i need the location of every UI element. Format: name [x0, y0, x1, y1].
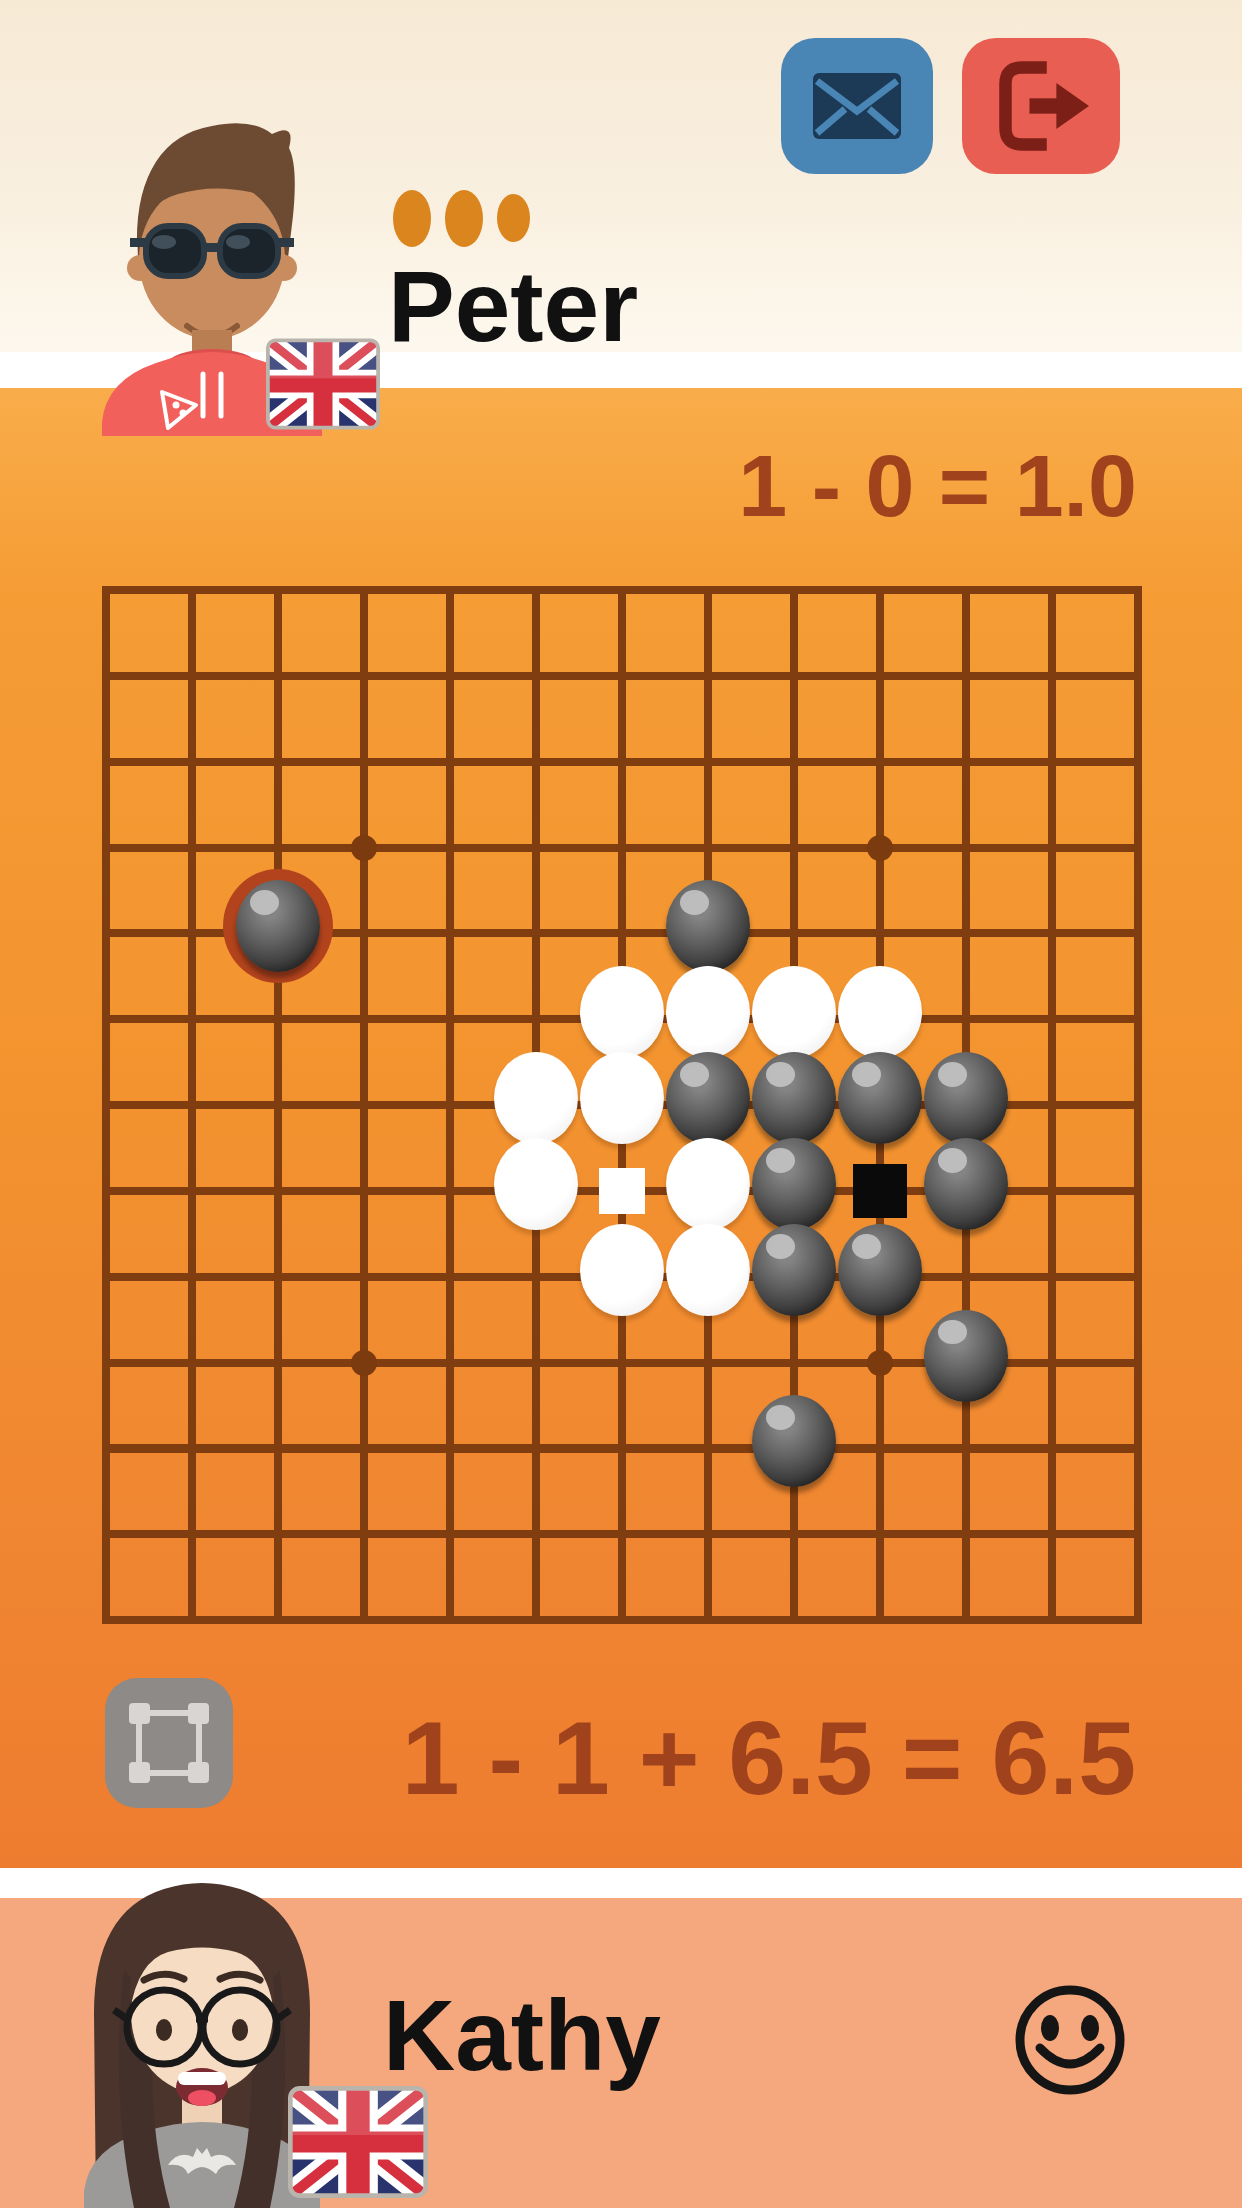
black-stone	[666, 1052, 750, 1144]
intersection-r6-c7[interactable]	[579, 976, 665, 1062]
intersection-r7-c12[interactable]	[1009, 1062, 1095, 1148]
selection-square-icon	[121, 1695, 217, 1791]
intersection-r1-c3[interactable]	[235, 547, 321, 633]
intersection-r6-c10[interactable]	[837, 976, 923, 1062]
intersection-r10-c8[interactable]	[665, 1320, 751, 1406]
intersection-r7-c1[interactable]	[63, 1062, 149, 1148]
intersection-r5-c5[interactable]	[407, 890, 493, 976]
intersection-r3-c8[interactable]	[665, 719, 751, 805]
intersection-r2-c12[interactable]	[1009, 633, 1095, 719]
intersection-r12-c12[interactable]	[1009, 1491, 1095, 1577]
black-stone-last-move	[236, 880, 320, 972]
status-dots	[393, 188, 563, 248]
star-point	[867, 1350, 893, 1376]
white-stone	[580, 1224, 664, 1316]
intersection-r11-c12[interactable]	[1009, 1405, 1095, 1491]
intersection-r13-c9[interactable]	[751, 1577, 837, 1663]
intersection-r5-c7[interactable]	[579, 890, 665, 976]
intersection-r12-c13[interactable]	[1095, 1491, 1181, 1577]
intersection-r13-c3[interactable]	[235, 1577, 321, 1663]
intersection-r5-c13[interactable]	[1095, 890, 1181, 976]
star-point	[351, 835, 377, 861]
intersection-r11-c8[interactable]	[665, 1405, 751, 1491]
intersection-r7-c4[interactable]	[321, 1062, 407, 1148]
intersection-r8-c4[interactable]	[321, 1148, 407, 1234]
intersection-r1-c7[interactable]	[579, 547, 665, 633]
intersection-r11-c4[interactable]	[321, 1405, 407, 1491]
intersection-r7-c5[interactable]	[407, 1062, 493, 1148]
black-stone	[666, 880, 750, 972]
intersection-r9-c5[interactable]	[407, 1234, 493, 1320]
intersection-r13-c5[interactable]	[407, 1577, 493, 1663]
intersection-r4-c13[interactable]	[1095, 805, 1181, 891]
intersection-r1-c1[interactable]	[63, 547, 149, 633]
intersection-r3-c13[interactable]	[1095, 719, 1181, 805]
intersection-r7-c2[interactable]	[149, 1062, 235, 1148]
intersection-r9-c13[interactable]	[1095, 1234, 1181, 1320]
intersection-r5-c2[interactable]	[149, 890, 235, 976]
app-screen: Peter 1 - 0 = 1.0 1 - 1 + 6.5 = 6.5	[0, 0, 1242, 2208]
intersection-r3-c5[interactable]	[407, 719, 493, 805]
intersection-r8-c2[interactable]	[149, 1148, 235, 1234]
intersection-r8-c6[interactable]	[493, 1148, 579, 1234]
top-player-name: Peter	[388, 256, 638, 356]
intersection-r9-c3[interactable]	[235, 1234, 321, 1320]
intersection-r13-c10[interactable]	[837, 1577, 923, 1663]
intersection-r3-c3[interactable]	[235, 719, 321, 805]
intersection-r6-c3[interactable]	[235, 976, 321, 1062]
white-stone	[838, 966, 922, 1058]
white-stone	[494, 1052, 578, 1144]
black-stone	[924, 1310, 1008, 1402]
intersection-r11-c6[interactable]	[493, 1405, 579, 1491]
intersection-r5-c6[interactable]	[493, 890, 579, 976]
intersection-r9-c1[interactable]	[63, 1234, 149, 1320]
white-stone	[752, 966, 836, 1058]
intersection-r13-c7[interactable]	[579, 1577, 665, 1663]
intersection-r9-c6[interactable]	[493, 1234, 579, 1320]
intersection-r9-c7[interactable]	[579, 1234, 665, 1320]
intersection-r6-c13[interactable]	[1095, 976, 1181, 1062]
intersection-r7-c10[interactable]	[837, 1062, 923, 1148]
intersection-r7-c6[interactable]	[493, 1062, 579, 1148]
intersection-r8-c8[interactable]	[665, 1148, 751, 1234]
black-stone	[752, 1224, 836, 1316]
exit-button[interactable]	[962, 38, 1120, 174]
intersection-r6-c11[interactable]	[923, 976, 1009, 1062]
intersection-r4-c6[interactable]	[493, 805, 579, 891]
intersection-r12-c3[interactable]	[235, 1491, 321, 1577]
intersection-r4-c7[interactable]	[579, 805, 665, 891]
intersection-r5-c10[interactable]	[837, 890, 923, 976]
intersection-r13-c12[interactable]	[1009, 1577, 1095, 1663]
intersection-r8-c12[interactable]	[1009, 1148, 1095, 1234]
intersection-r12-c10[interactable]	[837, 1491, 923, 1577]
intersection-r2-c10[interactable]	[837, 633, 923, 719]
intersection-r13-c4[interactable]	[321, 1577, 407, 1663]
intersection-r1-c10[interactable]	[837, 547, 923, 633]
intersection-r13-c1[interactable]	[63, 1577, 149, 1663]
uk-flag-icon	[266, 334, 380, 434]
status-dot	[445, 190, 483, 247]
intersection-r1-c2[interactable]	[149, 547, 235, 633]
intersection-r6-c5[interactable]	[407, 976, 493, 1062]
intersection-r1-c9[interactable]	[751, 547, 837, 633]
message-button[interactable]	[781, 38, 933, 174]
intersection-r12-c7[interactable]	[579, 1491, 665, 1577]
white-stone	[494, 1138, 578, 1230]
intersection-r13-c11[interactable]	[923, 1577, 1009, 1663]
intersection-r3-c9[interactable]	[751, 719, 837, 805]
intersection-r13-c2[interactable]	[149, 1577, 235, 1663]
white-stone	[666, 1138, 750, 1230]
intersection-r2-c5[interactable]	[407, 633, 493, 719]
intersection-r12-c2[interactable]	[149, 1491, 235, 1577]
black-stone	[924, 1052, 1008, 1144]
intersection-r1-c5[interactable]	[407, 547, 493, 633]
intersection-r4-c2[interactable]	[149, 805, 235, 891]
intersection-r5-c3[interactable]	[235, 890, 321, 976]
intersection-r1-c11[interactable]	[923, 547, 1009, 633]
intersection-r6-c8[interactable]	[665, 976, 751, 1062]
intersection-r3-c10[interactable]	[837, 719, 923, 805]
intersection-r1-c12[interactable]	[1009, 547, 1095, 633]
intersection-r10-c2[interactable]	[149, 1320, 235, 1406]
intersection-r7-c11[interactable]	[923, 1062, 1009, 1148]
intersection-r11-c5[interactable]	[407, 1405, 493, 1491]
exit-icon	[992, 58, 1090, 154]
intersection-r2-c8[interactable]	[665, 633, 751, 719]
intersection-r8-c3[interactable]	[235, 1148, 321, 1234]
black-score-formula: 1 - 0 = 1.0	[738, 442, 1137, 530]
intersection-r7-c7[interactable]	[579, 1062, 665, 1148]
mood-button[interactable]	[1012, 1982, 1128, 2098]
intersection-r7-c3[interactable]	[235, 1062, 321, 1148]
star-point	[351, 1350, 377, 1376]
black-stone	[752, 1395, 836, 1487]
intersection-r11-c13[interactable]	[1095, 1405, 1181, 1491]
territory-select-button[interactable]	[105, 1678, 233, 1808]
intersection-r10-c11[interactable]	[923, 1320, 1009, 1406]
intersection-r9-c2[interactable]	[149, 1234, 235, 1320]
intersection-r8-c5[interactable]	[407, 1148, 493, 1234]
smiley-face-icon	[1012, 1982, 1128, 2098]
black-stone	[752, 1138, 836, 1230]
intersection-r11-c7[interactable]	[579, 1405, 665, 1491]
uk-flag-icon	[287, 2086, 429, 2198]
intersection-r4-c12[interactable]	[1009, 805, 1095, 891]
intersection-r11-c10[interactable]	[837, 1405, 923, 1491]
intersection-r7-c8[interactable]	[665, 1062, 751, 1148]
intersection-r11-c3[interactable]	[235, 1405, 321, 1491]
go-board	[63, 547, 1181, 1663]
intersection-r3-c12[interactable]	[1009, 719, 1095, 805]
intersection-r4-c5[interactable]	[407, 805, 493, 891]
intersection-r3-c11[interactable]	[923, 719, 1009, 805]
intersection-r8-c1[interactable]	[63, 1148, 149, 1234]
intersection-r12-c6[interactable]	[493, 1491, 579, 1577]
intersection-r6-c1[interactable]	[63, 976, 149, 1062]
top-player-flag-uk	[266, 334, 380, 434]
star-point	[867, 835, 893, 861]
white-stone	[666, 1224, 750, 1316]
status-dot	[393, 190, 431, 247]
intersection-r4-c1[interactable]	[63, 805, 149, 891]
intersection-r10-c1[interactable]	[63, 1320, 149, 1406]
intersection-r2-c4[interactable]	[321, 633, 407, 719]
intersection-r12-c4[interactable]	[321, 1491, 407, 1577]
envelope-icon	[811, 71, 903, 141]
intersection-r9-c4[interactable]	[321, 1234, 407, 1320]
intersection-r10-c6[interactable]	[493, 1320, 579, 1406]
board-intersections	[63, 547, 1181, 1663]
white-stone	[580, 966, 664, 1058]
black-stone	[838, 1224, 922, 1316]
intersection-r2-c7[interactable]	[579, 633, 665, 719]
intersection-r11-c1[interactable]	[63, 1405, 149, 1491]
intersection-r1-c6[interactable]	[493, 547, 579, 633]
intersection-r12-c11[interactable]	[923, 1491, 1009, 1577]
intersection-r1-c13[interactable]	[1095, 547, 1181, 633]
intersection-r12-c8[interactable]	[665, 1491, 751, 1577]
status-dot	[497, 194, 530, 242]
intersection-r4-c11[interactable]	[923, 805, 1009, 891]
white-territory-marker	[599, 1168, 645, 1214]
intersection-r9-c11[interactable]	[923, 1234, 1009, 1320]
bottom-player-flag-uk	[287, 2086, 429, 2198]
intersection-r7-c13[interactable]	[1095, 1062, 1181, 1148]
intersection-r8-c13[interactable]	[1095, 1148, 1181, 1234]
intersection-r5-c12[interactable]	[1009, 890, 1095, 976]
intersection-r9-c10[interactable]	[837, 1234, 923, 1320]
intersection-r2-c9[interactable]	[751, 633, 837, 719]
intersection-r6-c2[interactable]	[149, 976, 235, 1062]
intersection-r11-c11[interactable]	[923, 1405, 1009, 1491]
intersection-r9-c8[interactable]	[665, 1234, 751, 1320]
intersection-r10-c13[interactable]	[1095, 1320, 1181, 1406]
white-stone	[666, 966, 750, 1058]
intersection-r13-c13[interactable]	[1095, 1577, 1181, 1663]
intersection-r12-c9[interactable]	[751, 1491, 837, 1577]
black-stone	[924, 1138, 1008, 1230]
intersection-r10-c3[interactable]	[235, 1320, 321, 1406]
intersection-r3-c4[interactable]	[321, 719, 407, 805]
intersection-r5-c4[interactable]	[321, 890, 407, 976]
intersection-r13-c6[interactable]	[493, 1577, 579, 1663]
intersection-r3-c6[interactable]	[493, 719, 579, 805]
intersection-r11-c2[interactable]	[149, 1405, 235, 1491]
intersection-r9-c12[interactable]	[1009, 1234, 1095, 1320]
intersection-r8-c7[interactable]	[579, 1148, 665, 1234]
intersection-r6-c12[interactable]	[1009, 976, 1095, 1062]
intersection-r6-c4[interactable]	[321, 976, 407, 1062]
intersection-r7-c9[interactable]	[751, 1062, 837, 1148]
intersection-r2-c1[interactable]	[63, 633, 149, 719]
intersection-r11-c9[interactable]	[751, 1405, 837, 1491]
intersection-r10-c12[interactable]	[1009, 1320, 1095, 1406]
intersection-r2-c11[interactable]	[923, 633, 1009, 719]
intersection-r5-c9[interactable]	[751, 890, 837, 976]
intersection-r1-c4[interactable]	[321, 547, 407, 633]
intersection-r10-c7[interactable]	[579, 1320, 665, 1406]
intersection-r5-c8[interactable]	[665, 890, 751, 976]
intersection-r3-c2[interactable]	[149, 719, 235, 805]
intersection-r10-c5[interactable]	[407, 1320, 493, 1406]
intersection-r12-c5[interactable]	[407, 1491, 493, 1577]
intersection-r10-c9[interactable]	[751, 1320, 837, 1406]
black-stone	[838, 1052, 922, 1144]
intersection-r3-c1[interactable]	[63, 719, 149, 805]
intersection-r6-c6[interactable]	[493, 976, 579, 1062]
intersection-r3-c7[interactable]	[579, 719, 665, 805]
white-score-formula: 1 - 1 + 6.5 = 6.5	[402, 1706, 1136, 1810]
intersection-r5-c11[interactable]	[923, 890, 1009, 976]
intersection-r2-c6[interactable]	[493, 633, 579, 719]
intersection-r6-c9[interactable]	[751, 976, 837, 1062]
intersection-r1-c8[interactable]	[665, 547, 751, 633]
intersection-r8-c11[interactable]	[923, 1148, 1009, 1234]
intersection-r5-c1[interactable]	[63, 890, 149, 976]
intersection-r2-c3[interactable]	[235, 633, 321, 719]
intersection-r12-c1[interactable]	[63, 1491, 149, 1577]
black-territory-marker	[853, 1164, 907, 1218]
intersection-r2-c13[interactable]	[1095, 633, 1181, 719]
intersection-r4-c9[interactable]	[751, 805, 837, 891]
black-stone	[752, 1052, 836, 1144]
intersection-r8-c10[interactable]	[837, 1148, 923, 1234]
intersection-r9-c9[interactable]	[751, 1234, 837, 1320]
intersection-r13-c8[interactable]	[665, 1577, 751, 1663]
bottom-player-name: Kathy	[383, 1985, 661, 2085]
intersection-r4-c8[interactable]	[665, 805, 751, 891]
white-stone	[580, 1052, 664, 1144]
intersection-r8-c9[interactable]	[751, 1148, 837, 1234]
intersection-r2-c2[interactable]	[149, 633, 235, 719]
